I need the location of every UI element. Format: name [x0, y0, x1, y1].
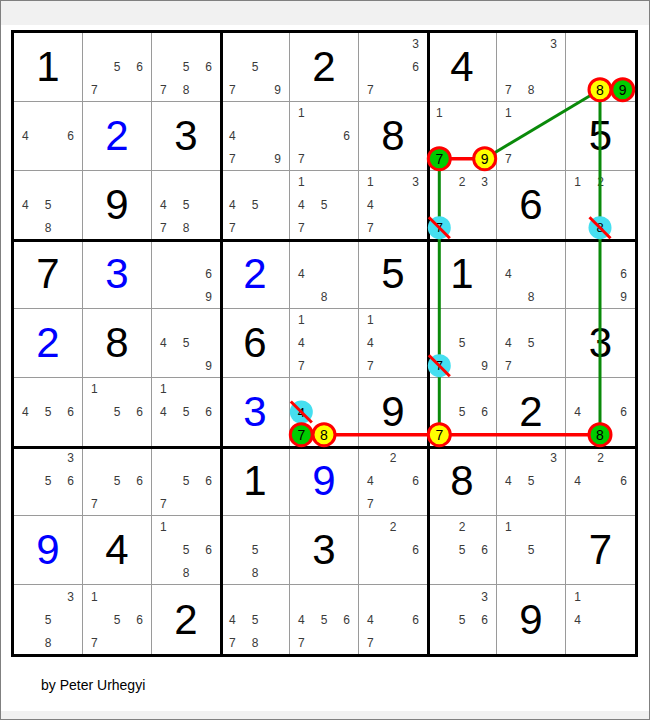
candidates: 1456 — [152, 378, 220, 446]
candidate-5: 5 — [313, 194, 336, 217]
cell-r3c9[interactable]: 128 — [566, 171, 635, 240]
cell-r6c4[interactable]: 3 — [221, 378, 290, 447]
empty-slot — [221, 561, 244, 584]
candidate-8: 8 — [37, 631, 60, 654]
candidate-5: 5 — [106, 470, 129, 493]
given-digit: 8 — [428, 447, 496, 515]
empty-slot — [382, 171, 405, 194]
cell-r5c7[interactable]: 579 — [428, 309, 497, 378]
candidates: 4567 — [290, 585, 358, 654]
empty-slot — [520, 263, 543, 286]
candidate-5: 5 — [175, 194, 198, 217]
empty-slot — [244, 78, 267, 101]
empty-slot — [313, 216, 336, 239]
cell-r5c8[interactable]: 457 — [497, 309, 566, 378]
candidate-9: 9 — [197, 354, 220, 377]
empty-slot — [335, 401, 358, 424]
candidate-9: 9 — [612, 78, 635, 101]
cell-r2c5[interactable]: 167 — [290, 102, 359, 171]
candidate-5: 5 — [451, 332, 474, 355]
cell-r1c4[interactable]: 579 — [221, 33, 290, 102]
cell-r8c5[interactable]: 3 — [290, 516, 359, 585]
empty-slot — [404, 585, 427, 608]
cell-r3c2[interactable]: 9 — [83, 171, 152, 240]
empty-slot — [106, 378, 129, 401]
cell-r4c4[interactable]: 2 — [221, 240, 290, 309]
cell-r7c5[interactable]: 9 — [290, 447, 359, 516]
cell-r9c3[interactable]: 2 — [152, 585, 221, 654]
empty-slot — [382, 561, 405, 584]
empty-slot — [428, 332, 451, 355]
empty-slot — [59, 194, 82, 217]
candidates: 1567 — [83, 585, 151, 654]
cell-r6c8[interactable]: 2 — [497, 378, 566, 447]
cell-r4c5[interactable]: 48 — [290, 240, 359, 309]
candidate-4: 4 — [359, 470, 382, 493]
empty-slot — [428, 608, 451, 631]
cell-r4c2[interactable]: 3 — [83, 240, 152, 309]
empty-slot — [473, 332, 496, 355]
empty-slot — [497, 125, 520, 148]
cell-r2c9[interactable]: 5 — [566, 102, 635, 171]
candidate-6: 6 — [128, 608, 151, 631]
candidate-8: 8 — [313, 423, 336, 446]
cell-r1c3[interactable]: 5678 — [152, 33, 221, 102]
empty-slot — [428, 171, 451, 194]
empty-slot — [451, 102, 474, 125]
candidate-6: 6 — [128, 56, 151, 79]
cell-r4c6[interactable]: 5 — [359, 240, 428, 309]
empty-slot — [266, 171, 289, 194]
empty-slot — [520, 516, 543, 539]
cell-r4c7[interactable]: 1 — [428, 240, 497, 309]
empty-slot — [221, 33, 244, 56]
candidates: 69 — [152, 240, 220, 308]
candidate-6: 6 — [473, 539, 496, 562]
candidate-2: 2 — [589, 171, 612, 194]
cell-r3c8[interactable]: 6 — [497, 171, 566, 240]
empty-slot — [404, 631, 427, 654]
empty-slot — [497, 56, 520, 79]
cell-r5c1[interactable]: 2 — [14, 309, 83, 378]
candidate-9: 9 — [266, 78, 289, 101]
candidate-7: 7 — [221, 78, 244, 101]
cell-r4c9[interactable]: 69 — [566, 240, 635, 309]
cell-r6c6[interactable]: 9 — [359, 378, 428, 447]
empty-slot — [542, 56, 565, 79]
empty-slot — [335, 263, 358, 286]
given-digit: 8 — [359, 102, 427, 170]
empty-slot — [335, 216, 358, 239]
empty-slot — [589, 585, 612, 608]
empty-slot — [451, 423, 474, 446]
candidate-8: 8 — [175, 561, 198, 584]
empty-slot — [612, 171, 635, 194]
empty-slot — [197, 561, 220, 584]
candidate-7: 7 — [428, 423, 451, 446]
empty-slot — [106, 631, 129, 654]
candidate-4: 4 — [290, 608, 313, 631]
empty-slot — [221, 102, 244, 125]
candidate-6: 6 — [197, 470, 220, 493]
empty-slot — [313, 585, 336, 608]
candidate-7: 7 — [83, 78, 106, 101]
candidate-7: 7 — [497, 354, 520, 377]
empty-slot — [612, 447, 635, 470]
empty-slot — [428, 309, 451, 332]
empty-slot — [152, 309, 175, 332]
empty-slot — [197, 447, 220, 470]
solved-digit: 9 — [14, 516, 82, 584]
cell-r6c9[interactable]: 468 — [566, 378, 635, 447]
candidate-4: 4 — [359, 194, 382, 217]
cell-r1c5[interactable]: 2 — [290, 33, 359, 102]
empty-slot — [175, 240, 198, 263]
empty-slot — [266, 56, 289, 79]
empty-slot — [175, 423, 198, 446]
cell-r4c1[interactable]: 7 — [14, 240, 83, 309]
empty-slot — [359, 516, 382, 539]
cell-r5c2[interactable]: 8 — [83, 309, 152, 378]
cell-r2c1[interactable]: 46 — [14, 102, 83, 171]
cell-r1c8[interactable]: 378 — [497, 33, 566, 102]
empty-slot — [566, 216, 589, 239]
candidate-6: 6 — [197, 401, 220, 424]
given-digit: 3 — [152, 102, 220, 170]
box-divider-horizontal-1 — [14, 239, 635, 242]
candidate-5: 5 — [244, 608, 267, 631]
empty-slot — [428, 125, 451, 148]
cell-r9c4[interactable]: 4578 — [221, 585, 290, 654]
empty-slot — [612, 33, 635, 56]
empty-slot — [59, 492, 82, 515]
empty-slot — [335, 423, 358, 446]
empty-slot — [290, 285, 313, 308]
empty-slot — [152, 423, 175, 446]
cell-r5c3[interactable]: 459 — [152, 309, 221, 378]
candidates: 1568 — [152, 516, 220, 584]
candidate-4: 4 — [14, 401, 37, 424]
empty-slot — [128, 585, 151, 608]
cell-r6c2[interactable]: 156 — [83, 378, 152, 447]
candidate-7: 7 — [290, 216, 313, 239]
solved-digit: 9 — [290, 447, 358, 515]
candidates: 358 — [14, 585, 82, 654]
cell-r7c9[interactable]: 246 — [566, 447, 635, 516]
empty-slot — [335, 147, 358, 170]
empty-slot — [59, 102, 82, 125]
candidate-9: 9 — [266, 147, 289, 170]
empty-slot — [14, 423, 37, 446]
empty-slot — [566, 378, 589, 401]
candidates: 478 — [290, 378, 358, 446]
empty-slot — [14, 585, 37, 608]
cell-r1c9[interactable]: 89 — [566, 33, 635, 102]
candidate-4: 4 — [290, 332, 313, 355]
empty-slot — [497, 309, 520, 332]
empty-slot — [404, 216, 427, 239]
empty-slot — [612, 631, 635, 654]
candidate-2: 2 — [589, 447, 612, 470]
cell-r2c7[interactable]: 179 — [428, 102, 497, 171]
candidate-2: 2 — [451, 171, 474, 194]
cell-r1c6[interactable]: 367 — [359, 33, 428, 102]
cell-r2c3[interactable]: 3 — [152, 102, 221, 171]
empty-slot — [313, 102, 336, 125]
empty-slot — [152, 263, 175, 286]
candidate-5: 5 — [175, 470, 198, 493]
cell-r5c9[interactable]: 3 — [566, 309, 635, 378]
empty-slot — [14, 470, 37, 493]
empty-slot — [266, 561, 289, 584]
given-digit: 1 — [428, 240, 496, 308]
empty-slot — [37, 585, 60, 608]
empty-slot — [612, 492, 635, 515]
empty-slot — [335, 309, 358, 332]
candidate-7: 7 — [152, 78, 175, 101]
cell-r9c7[interactable]: 356 — [428, 585, 497, 654]
cell-r6c3[interactable]: 1456 — [152, 378, 221, 447]
empty-slot — [566, 263, 589, 286]
empty-slot — [566, 447, 589, 470]
empty-slot — [428, 539, 451, 562]
cell-r7c2[interactable]: 567 — [83, 447, 152, 516]
cell-r9c1[interactable]: 358 — [14, 585, 83, 654]
sudoku-board: 1567567857923674378894623479167817917545… — [11, 30, 638, 657]
empty-slot — [451, 194, 474, 217]
empty-slot — [612, 240, 635, 263]
empty-slot — [566, 78, 589, 101]
cell-r7c7[interactable]: 8 — [428, 447, 497, 516]
candidate-9: 9 — [473, 147, 496, 170]
cell-r9c9[interactable]: 14 — [566, 585, 635, 654]
empty-slot — [266, 585, 289, 608]
empty-slot — [175, 492, 198, 515]
empty-slot — [497, 240, 520, 263]
cell-r4c8[interactable]: 48 — [497, 240, 566, 309]
candidates: 2467 — [359, 447, 427, 515]
empty-slot — [197, 194, 220, 217]
candidates: 17 — [497, 102, 565, 170]
cell-r7c4[interactable]: 1 — [221, 447, 290, 516]
candidate-7: 7 — [221, 147, 244, 170]
empty-slot — [175, 516, 198, 539]
candidate-5: 5 — [520, 539, 543, 562]
cell-r7c3[interactable]: 567 — [152, 447, 221, 516]
given-digit: 9 — [359, 378, 427, 446]
cell-r4c3[interactable]: 69 — [152, 240, 221, 309]
empty-slot — [404, 561, 427, 584]
empty-slot — [37, 102, 60, 125]
cell-r7c1[interactable]: 356 — [14, 447, 83, 516]
candidate-6: 6 — [404, 470, 427, 493]
cell-r2c6[interactable]: 8 — [359, 102, 428, 171]
cell-r2c8[interactable]: 17 — [497, 102, 566, 171]
cell-r7c8[interactable]: 345 — [497, 447, 566, 516]
candidate-5: 5 — [106, 608, 129, 631]
cell-r7c6[interactable]: 2467 — [359, 447, 428, 516]
cell-r6c7[interactable]: 567 — [428, 378, 497, 447]
candidates: 567 — [152, 447, 220, 515]
empty-slot — [382, 539, 405, 562]
cell-r3c6[interactable]: 1347 — [359, 171, 428, 240]
cell-r8c4[interactable]: 58 — [221, 516, 290, 585]
candidate-8: 8 — [589, 423, 612, 446]
box-divider-horizontal-2 — [14, 446, 635, 449]
candidate-6: 6 — [59, 401, 82, 424]
empty-slot — [428, 194, 451, 217]
cell-r3c7[interactable]: 237 — [428, 171, 497, 240]
cell-r6c5[interactable]: 478 — [290, 378, 359, 447]
cell-r8c3[interactable]: 1568 — [152, 516, 221, 585]
candidates: 367 — [359, 33, 427, 101]
cell-r8c8[interactable]: 15 — [497, 516, 566, 585]
cell-r8c6[interactable]: 26 — [359, 516, 428, 585]
candidate-3: 3 — [404, 171, 427, 194]
empty-slot — [59, 171, 82, 194]
candidates: 456 — [14, 378, 82, 446]
empty-slot — [14, 378, 37, 401]
empty-slot — [520, 561, 543, 584]
candidate-4: 4 — [566, 470, 589, 493]
empty-slot — [266, 539, 289, 562]
empty-slot — [106, 492, 129, 515]
empty-slot — [37, 492, 60, 515]
cell-r1c1[interactable]: 1 — [14, 33, 83, 102]
empty-slot — [589, 240, 612, 263]
empty-slot — [244, 216, 267, 239]
cell-r9c2[interactable]: 1567 — [83, 585, 152, 654]
candidate-5: 5 — [175, 332, 198, 355]
cell-r9c8[interactable]: 9 — [497, 585, 566, 654]
empty-slot — [566, 33, 589, 56]
empty-slot — [14, 608, 37, 631]
cell-r9c6[interactable]: 467 — [359, 585, 428, 654]
empty-slot — [520, 33, 543, 56]
given-digit: 1 — [221, 447, 289, 515]
empty-slot — [473, 423, 496, 446]
empty-slot — [542, 147, 565, 170]
empty-slot — [612, 378, 635, 401]
candidate-7: 7 — [359, 216, 382, 239]
empty-slot — [520, 147, 543, 170]
empty-slot — [313, 378, 336, 401]
candidates: 1457 — [290, 171, 358, 239]
empty-slot — [83, 56, 106, 79]
empty-slot — [612, 194, 635, 217]
candidate-6: 6 — [335, 608, 358, 631]
empty-slot — [14, 492, 37, 515]
empty-slot — [589, 56, 612, 79]
cell-r3c5[interactable]: 1457 — [290, 171, 359, 240]
candidate-5: 5 — [313, 608, 336, 631]
candidate-8: 8 — [589, 78, 612, 101]
empty-slot — [428, 585, 451, 608]
candidate-6: 6 — [612, 263, 635, 286]
candidate-1: 1 — [497, 516, 520, 539]
empty-slot — [473, 309, 496, 332]
candidates: 128 — [566, 171, 635, 239]
cell-r8c2[interactable]: 4 — [83, 516, 152, 585]
empty-slot — [175, 33, 198, 56]
candidates: 4578 — [152, 171, 220, 239]
cell-r8c7[interactable]: 256 — [428, 516, 497, 585]
cell-r1c2[interactable]: 567 — [83, 33, 152, 102]
candidate-1: 1 — [428, 102, 451, 125]
cell-r3c4[interactable]: 457 — [221, 171, 290, 240]
candidate-6: 6 — [404, 539, 427, 562]
cell-r5c4[interactable]: 6 — [221, 309, 290, 378]
cell-r8c9[interactable]: 7 — [566, 516, 635, 585]
candidate-6: 6 — [197, 56, 220, 79]
cell-r2c2[interactable]: 2 — [83, 102, 152, 171]
cell-r5c6[interactable]: 147 — [359, 309, 428, 378]
candidate-1: 1 — [566, 585, 589, 608]
candidates: 459 — [152, 309, 220, 377]
empty-slot — [335, 171, 358, 194]
empty-slot — [152, 447, 175, 470]
empty-slot — [83, 423, 106, 446]
empty-slot — [313, 171, 336, 194]
cell-r6c1[interactable]: 456 — [14, 378, 83, 447]
empty-slot — [589, 33, 612, 56]
empty-slot — [566, 492, 589, 515]
cell-r2c4[interactable]: 479 — [221, 102, 290, 171]
candidate-4: 4 — [152, 194, 175, 217]
empty-slot — [497, 33, 520, 56]
candidates: 89 — [566, 33, 635, 101]
cell-r5c5[interactable]: 147 — [290, 309, 359, 378]
empty-slot — [14, 631, 37, 654]
empty-slot — [428, 401, 451, 424]
candidates: 458 — [14, 171, 82, 239]
cell-r3c1[interactable]: 458 — [14, 171, 83, 240]
empty-slot — [152, 285, 175, 308]
solved-digit: 2 — [83, 102, 151, 170]
empty-slot — [359, 561, 382, 584]
cell-r3c3[interactable]: 4578 — [152, 171, 221, 240]
empty-slot — [37, 125, 60, 148]
candidates: 46 — [14, 102, 82, 170]
given-digit: 6 — [497, 171, 565, 239]
candidate-7: 7 — [428, 147, 451, 170]
candidate-7: 7 — [497, 147, 520, 170]
empty-slot — [542, 539, 565, 562]
given-digit: 3 — [290, 516, 358, 584]
empty-slot — [59, 423, 82, 446]
candidate-7: 7 — [428, 354, 451, 377]
candidate-8: 8 — [520, 78, 543, 101]
empty-slot — [106, 423, 129, 446]
given-digit: 2 — [290, 33, 358, 101]
candidate-5: 5 — [244, 194, 267, 217]
cell-r8c1[interactable]: 9 — [14, 516, 83, 585]
empty-slot — [612, 585, 635, 608]
empty-slot — [382, 216, 405, 239]
empty-slot — [313, 354, 336, 377]
candidate-4: 4 — [221, 608, 244, 631]
cell-r9c5[interactable]: 4567 — [290, 585, 359, 654]
cell-r1c7[interactable]: 4 — [428, 33, 497, 102]
empty-slot — [404, 447, 427, 470]
candidate-7: 7 — [359, 78, 382, 101]
empty-slot — [244, 147, 267, 170]
empty-slot — [152, 354, 175, 377]
empty-slot — [428, 516, 451, 539]
empty-slot — [83, 470, 106, 493]
candidate-5: 5 — [244, 539, 267, 562]
candidate-3: 3 — [542, 33, 565, 56]
